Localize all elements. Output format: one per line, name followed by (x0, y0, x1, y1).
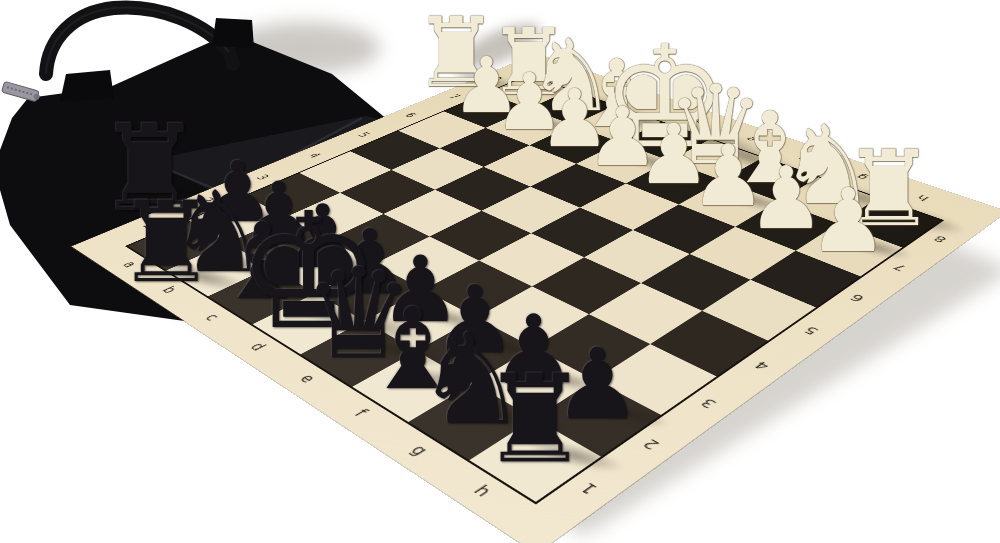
bag-handle-tab-right (212, 18, 254, 48)
rank-label-left-5: 5 (355, 131, 373, 139)
rank-label-right-7: 7 (890, 262, 910, 273)
rank-label-right-3: 3 (697, 396, 721, 411)
piece-black-rook-h1[interactable]: ♜ (474, 359, 595, 480)
bag-handle-tab-left (60, 70, 114, 102)
bag-zipper-pull (2, 81, 42, 102)
rank-label-left-6: 6 (402, 112, 419, 119)
rank-label-right-4: 4 (751, 359, 774, 373)
chess-set-product-photo: 11aa22bb33cc44dd55ee66ff77gg88hh ♜♜♞♟♝♟♚… (0, 0, 1000, 543)
rank-label-right-5: 5 (801, 324, 823, 337)
rank-label-right-2: 2 (639, 436, 664, 452)
rank-label-right-6: 6 (847, 292, 868, 304)
piece-black-rook-margin-a1[interactable]: ♜ (110, 186, 222, 298)
rank-label-left-4: 4 (305, 152, 323, 160)
piece-white-pawn-h7[interactable]: ♟ (804, 177, 892, 265)
